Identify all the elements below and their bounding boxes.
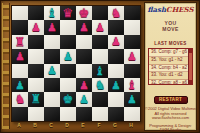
teal-bishop[interactable]: ♝ — [95, 65, 106, 77]
pink-pawn[interactable]: ♟ — [79, 22, 89, 33]
square-h6[interactable] — [124, 35, 140, 49]
pink-rook[interactable]: ♜ — [15, 36, 26, 48]
square-b7[interactable]: ♟ — [28, 20, 44, 34]
file-label-e: E — [75, 121, 91, 130]
square-e3[interactable]: ♟ — [76, 78, 92, 92]
teal-pawn[interactable]: ♟ — [111, 80, 121, 91]
credits-line: www.flashchess.com — [145, 116, 196, 121]
teal-pawn[interactable]: ♟ — [127, 94, 137, 105]
square-c4[interactable]: ♟ — [44, 64, 60, 78]
square-f2[interactable] — [92, 92, 108, 106]
square-e6[interactable] — [76, 35, 92, 49]
square-b6[interactable] — [28, 35, 44, 49]
square-a8[interactable] — [12, 6, 28, 20]
square-b2[interactable]: ♜ — [28, 92, 44, 106]
square-a2[interactable]: ♞ — [12, 92, 28, 106]
moves-scrollbar[interactable] — [188, 49, 192, 84]
square-g6[interactable]: ♟ — [108, 35, 124, 49]
square-e4[interactable] — [76, 64, 92, 78]
square-g8[interactable]: ♞ — [108, 6, 124, 20]
move-row[interactable]: 36. Comp: g7 - g6 — [149, 49, 192, 57]
square-c1[interactable] — [44, 107, 60, 121]
square-g1[interactable] — [108, 107, 124, 121]
square-f6[interactable] — [92, 35, 108, 49]
side-panel: flashCHESS YOU MOVE LAST MOVES 36. Comp:… — [144, 2, 197, 131]
turn-status: YOU MOVE — [145, 20, 196, 32]
moves-list: 36. Comp: g7 - g635. You: g1 - h234. Com… — [149, 49, 192, 85]
file-label-a: A — [11, 121, 27, 130]
square-e8[interactable]: ♚ — [76, 6, 92, 20]
teal-king[interactable]: ♚ — [63, 93, 74, 105]
square-d3[interactable] — [60, 78, 76, 92]
teal-pawn[interactable]: ♟ — [63, 51, 73, 62]
file-label-g: G — [107, 121, 123, 130]
file-label-d: D — [59, 121, 75, 130]
square-g4[interactable] — [108, 64, 124, 78]
square-a4[interactable] — [12, 64, 28, 78]
square-e2[interactable]: ♟ — [76, 92, 92, 106]
square-a3[interactable]: ♟ — [12, 78, 28, 92]
file-labels: ABCDEFGH — [11, 121, 139, 130]
square-f4[interactable]: ♝ — [92, 64, 108, 78]
move-row[interactable]: 32. Comp: a8 - a6 — [149, 80, 192, 85]
turn-status-line2: MOVE — [145, 26, 196, 32]
square-d4[interactable] — [60, 64, 76, 78]
flashchess-window: ♝♛♚♞♟♟♟♟♜♟♟♟♟♟♝♟♟♞♟♝♞♜♚♟♟ ABCDEFGH flash… — [0, 0, 200, 133]
square-e7[interactable]: ♟ — [76, 20, 92, 34]
square-a5[interactable]: ♟ — [12, 49, 28, 63]
square-d8[interactable]: ♛ — [60, 6, 76, 20]
square-g3[interactable]: ♟ — [108, 78, 124, 92]
teal-rook[interactable]: ♜ — [31, 93, 42, 105]
teal-pawn[interactable]: ♟ — [79, 94, 89, 105]
square-d1[interactable] — [60, 107, 76, 121]
square-d7[interactable] — [60, 20, 76, 34]
square-h4[interactable] — [124, 64, 140, 78]
square-g2[interactable] — [108, 92, 124, 106]
teal-pawn[interactable]: ♟ — [15, 80, 25, 91]
pink-pawn[interactable]: ♟ — [15, 51, 25, 62]
pink-knight[interactable]: ♞ — [15, 93, 26, 105]
square-a6[interactable]: ♜ — [12, 35, 28, 49]
wood-frame-ornament — [2, 3, 10, 129]
square-h1[interactable] — [124, 107, 140, 121]
square-c8[interactable]: ♝ — [44, 6, 60, 20]
pink-pawn[interactable]: ♟ — [127, 51, 137, 62]
square-b3[interactable] — [28, 78, 44, 92]
pink-pawn[interactable]: ♟ — [31, 22, 41, 33]
file-label-h: H — [123, 121, 139, 130]
square-e5[interactable] — [76, 49, 92, 63]
square-f8[interactable] — [92, 6, 108, 20]
square-c7[interactable]: ♟ — [44, 20, 60, 34]
square-d2[interactable]: ♚ — [60, 92, 76, 106]
square-a1[interactable] — [12, 107, 28, 121]
restart-button[interactable]: RESTART — [154, 96, 188, 104]
square-b1[interactable] — [28, 107, 44, 121]
pink-pawn[interactable]: ♟ — [95, 22, 105, 33]
square-a7[interactable] — [12, 20, 28, 34]
pink-pawn[interactable]: ♟ — [111, 36, 121, 47]
pink-bishop[interactable]: ♝ — [127, 79, 138, 91]
square-h7[interactable] — [124, 20, 140, 34]
pink-pawn[interactable]: ♟ — [79, 80, 89, 91]
square-c5[interactable] — [44, 49, 60, 63]
teal-pawn[interactable]: ♟ — [47, 65, 57, 76]
file-label-c: C — [43, 121, 59, 130]
square-f1[interactable] — [92, 107, 108, 121]
app-title-script: flash — [147, 5, 166, 14]
square-d6[interactable] — [60, 35, 76, 49]
last-moves-label: LAST MOVES — [145, 41, 196, 46]
pink-queen[interactable]: ♛ — [63, 7, 74, 19]
pink-king[interactable]: ♚ — [79, 7, 90, 19]
move-row[interactable]: 33. You: d1 - d2 — [149, 72, 192, 80]
square-b5[interactable] — [28, 49, 44, 63]
teal-bishop[interactable]: ♝ — [47, 7, 58, 19]
square-h3[interactable]: ♝ — [124, 78, 140, 92]
square-f7[interactable]: ♟ — [92, 20, 108, 34]
square-g5[interactable] — [108, 49, 124, 63]
file-label-f: F — [91, 121, 107, 130]
square-h5[interactable]: ♟ — [124, 49, 140, 63]
square-b8[interactable] — [28, 6, 44, 20]
app-title: flashCHESS — [145, 6, 196, 14]
square-g7[interactable] — [108, 20, 124, 34]
square-c3[interactable] — [44, 78, 60, 92]
credits-copyright: ©2002 Digital Video MultimediaAll rights… — [145, 107, 196, 121]
scroll-up-icon[interactable] — [189, 49, 192, 53]
square-c2[interactable] — [44, 92, 60, 106]
file-label-b: B — [27, 121, 43, 130]
board[interactable]: ♝♛♚♞♟♟♟♟♜♟♟♟♟♟♝♟♟♞♟♝♞♜♚♟♟ — [11, 5, 141, 122]
pink-knight[interactable]: ♞ — [111, 7, 122, 19]
square-h8[interactable] — [124, 6, 140, 20]
app-title-caps: CHESS — [166, 5, 193, 14]
teal-knight[interactable]: ♞ — [95, 79, 106, 91]
square-b4[interactable] — [28, 64, 44, 78]
move-row[interactable]: 34. Comp: b4 - a2 — [149, 65, 192, 73]
square-f3[interactable]: ♞ — [92, 78, 108, 92]
square-f5[interactable] — [92, 49, 108, 63]
square-h2[interactable]: ♟ — [124, 92, 140, 106]
credits-line: DVM Studio — [145, 128, 196, 133]
move-row[interactable]: 35. You: g1 - h2 — [149, 57, 192, 65]
pink-pawn[interactable]: ♟ — [47, 22, 57, 33]
credits-authors: Programming & Design:DVM Studio — [145, 124, 196, 133]
square-d5[interactable]: ♟ — [60, 49, 76, 63]
scroll-down-icon[interactable] — [189, 80, 192, 84]
moves-box: 36. Comp: g7 - g635. You: g1 - h234. Com… — [148, 48, 193, 85]
square-e1[interactable] — [76, 107, 92, 121]
square-c6[interactable] — [44, 35, 60, 49]
